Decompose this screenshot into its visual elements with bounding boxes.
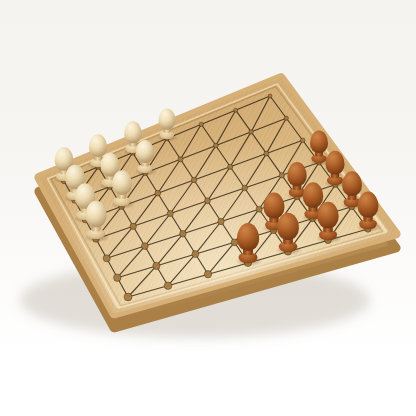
board-hole[interactable] [279, 173, 284, 178]
peg-dark[interactable] [236, 224, 260, 263]
board-hole[interactable] [256, 206, 262, 212]
peg-head [326, 150, 345, 174]
peg-dark[interactable] [316, 203, 339, 240]
board-hole[interactable] [192, 251, 199, 258]
board-hole[interactable] [180, 231, 187, 238]
board-hole[interactable] [264, 151, 269, 156]
peg-head [358, 192, 379, 218]
board-hole[interactable] [114, 274, 121, 281]
peg-head [317, 202, 338, 229]
board-hole[interactable] [155, 190, 161, 196]
peg-dark[interactable] [357, 193, 380, 229]
board-hole[interactable] [205, 198, 211, 204]
photo-scene [0, 0, 416, 416]
board-hole[interactable] [218, 218, 224, 224]
board-hole[interactable] [191, 177, 196, 182]
board-hole[interactable] [300, 138, 305, 143]
peg-light[interactable] [111, 172, 133, 207]
board-hole[interactable] [199, 122, 203, 126]
board-hole[interactable] [164, 282, 172, 290]
peg-light[interactable] [84, 202, 107, 239]
board-hole[interactable] [204, 271, 211, 278]
peg-dark[interactable] [276, 214, 300, 252]
peg-head [277, 212, 299, 239]
peg-light[interactable] [158, 109, 177, 139]
peg-head [136, 140, 154, 163]
peg-head [159, 108, 176, 129]
peg-head [237, 223, 259, 251]
peg-head [124, 121, 142, 143]
board-hole[interactable] [249, 130, 253, 134]
peg-head [112, 171, 132, 196]
board-hole[interactable] [228, 164, 233, 169]
peg-head [85, 201, 106, 228]
peg-light[interactable] [135, 141, 155, 173]
board-hole[interactable] [268, 94, 272, 98]
board-hole[interactable] [213, 143, 218, 148]
peg-head [310, 130, 328, 153]
board-hole[interactable] [284, 116, 288, 120]
board-hole[interactable] [103, 255, 110, 262]
board-hole[interactable] [242, 185, 248, 191]
board-hole[interactable] [178, 157, 183, 162]
board-hole[interactable] [167, 210, 173, 216]
board-hole[interactable] [130, 223, 136, 229]
board-hole[interactable] [234, 108, 238, 112]
board-hole[interactable] [141, 243, 148, 250]
board-hole[interactable] [124, 293, 132, 301]
board-hole[interactable] [153, 262, 160, 269]
